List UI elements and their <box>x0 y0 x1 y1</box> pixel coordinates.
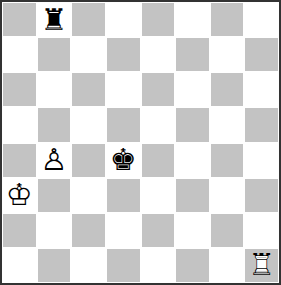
white-king[interactable]: ♚♔ <box>2 178 37 213</box>
white-pawn[interactable]: ♟♙ <box>37 143 72 178</box>
square-f5[interactable] <box>175 107 210 142</box>
square-g1[interactable] <box>210 248 245 283</box>
square-b4[interactable]: ♟♙ <box>37 143 72 178</box>
black-rook-fill: ♜ <box>37 2 72 37</box>
square-c8[interactable] <box>71 2 106 37</box>
square-c7[interactable] <box>71 37 106 72</box>
square-d7[interactable] <box>106 37 141 72</box>
square-e3[interactable] <box>141 178 176 213</box>
square-b3[interactable] <box>37 178 72 213</box>
square-f3[interactable] <box>175 178 210 213</box>
square-a7[interactable] <box>2 37 37 72</box>
square-c4[interactable] <box>71 143 106 178</box>
square-f2[interactable] <box>175 213 210 248</box>
square-g6[interactable] <box>210 72 245 107</box>
square-c5[interactable] <box>71 107 106 142</box>
square-b6[interactable] <box>37 72 72 107</box>
square-g5[interactable] <box>210 107 245 142</box>
square-b1[interactable] <box>37 248 72 283</box>
square-f6[interactable] <box>175 72 210 107</box>
square-e5[interactable] <box>141 107 176 142</box>
white-king-outline: ♔ <box>2 178 37 213</box>
square-h3[interactable] <box>244 178 279 213</box>
square-g3[interactable] <box>210 178 245 213</box>
square-c6[interactable] <box>71 72 106 107</box>
square-h6[interactable] <box>244 72 279 107</box>
square-g8[interactable] <box>210 2 245 37</box>
square-h2[interactable] <box>244 213 279 248</box>
white-king-fill: ♚ <box>2 178 37 213</box>
square-g2[interactable] <box>210 213 245 248</box>
square-f7[interactable] <box>175 37 210 72</box>
square-e7[interactable] <box>141 37 176 72</box>
square-b2[interactable] <box>37 213 72 248</box>
square-f4[interactable] <box>175 143 210 178</box>
square-b8[interactable]: ♜ <box>37 2 72 37</box>
white-rook[interactable]: ♜♖ <box>244 248 279 283</box>
square-b7[interactable] <box>37 37 72 72</box>
square-a8[interactable] <box>2 2 37 37</box>
square-h1[interactable]: ♜♖ <box>244 248 279 283</box>
square-h5[interactable] <box>244 107 279 142</box>
black-king[interactable]: ♚ <box>106 143 141 178</box>
square-a2[interactable] <box>2 213 37 248</box>
square-d8[interactable] <box>106 2 141 37</box>
square-g4[interactable] <box>210 143 245 178</box>
square-d3[interactable] <box>106 178 141 213</box>
square-e1[interactable] <box>141 248 176 283</box>
square-a1[interactable] <box>2 248 37 283</box>
black-rook[interactable]: ♜ <box>37 2 72 37</box>
square-a3[interactable]: ♚♔ <box>2 178 37 213</box>
white-pawn-outline: ♙ <box>37 143 72 178</box>
square-c2[interactable] <box>71 213 106 248</box>
white-rook-outline: ♖ <box>244 248 279 283</box>
square-c1[interactable] <box>71 248 106 283</box>
black-king-fill: ♚ <box>106 143 141 178</box>
square-e2[interactable] <box>141 213 176 248</box>
square-h7[interactable] <box>244 37 279 72</box>
square-d2[interactable] <box>106 213 141 248</box>
square-c3[interactable] <box>71 178 106 213</box>
square-f1[interactable] <box>175 248 210 283</box>
square-d6[interactable] <box>106 72 141 107</box>
square-a4[interactable] <box>2 143 37 178</box>
square-b5[interactable] <box>37 107 72 142</box>
square-e8[interactable] <box>141 2 176 37</box>
square-e6[interactable] <box>141 72 176 107</box>
white-pawn-fill: ♟ <box>37 143 72 178</box>
square-g7[interactable] <box>210 37 245 72</box>
square-h8[interactable] <box>244 2 279 37</box>
square-d1[interactable] <box>106 248 141 283</box>
square-h4[interactable] <box>244 143 279 178</box>
square-d4[interactable]: ♚ <box>106 143 141 178</box>
square-d5[interactable] <box>106 107 141 142</box>
white-rook-fill: ♜ <box>244 248 279 283</box>
chess-diagram: ♜♟♙♚♚♔♜♖ <box>0 0 281 285</box>
square-f8[interactable] <box>175 2 210 37</box>
chess-board: ♜♟♙♚♚♔♜♖ <box>0 0 281 285</box>
square-a6[interactable] <box>2 72 37 107</box>
square-e4[interactable] <box>141 143 176 178</box>
square-a5[interactable] <box>2 107 37 142</box>
